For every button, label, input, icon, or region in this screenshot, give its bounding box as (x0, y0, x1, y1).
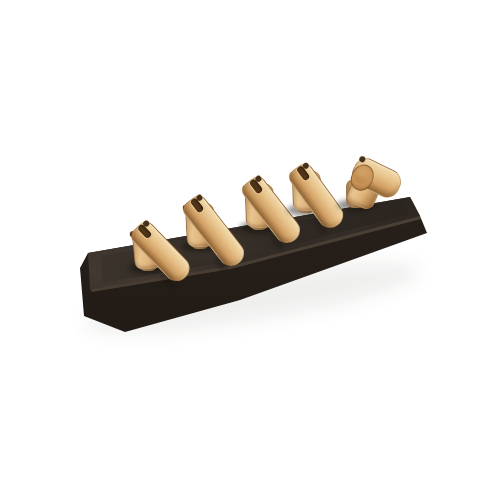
nail-slot (249, 178, 264, 194)
joint-pin (358, 155, 366, 163)
nail-slot (190, 197, 205, 213)
nail-slot (137, 224, 152, 240)
photo-canvas (0, 0, 500, 500)
base-top-panel (0, 0, 500, 500)
